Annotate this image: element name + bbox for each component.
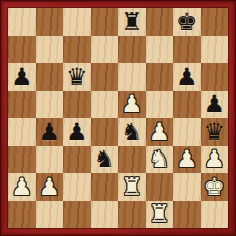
square-g2[interactable] [173,173,201,201]
square-e8[interactable]: ♜ [118,8,146,36]
square-a3[interactable] [8,146,36,174]
square-a7[interactable] [8,36,36,64]
square-f7[interactable] [146,36,174,64]
piece-white-pawn-e5[interactable]: ♟ [118,91,146,119]
square-b7[interactable] [36,36,64,64]
square-b3[interactable] [36,146,64,174]
chess-board: ♜♚♟♛♟♟♟♟♟♞♟♛♞♞♟♟♟♟♜♚♜ [8,8,228,228]
piece-white-pawn-a2[interactable]: ♟ [8,173,36,201]
piece-black-pawn-b4[interactable]: ♟ [36,118,64,146]
square-d8[interactable] [91,8,119,36]
square-d7[interactable] [91,36,119,64]
square-a1[interactable] [8,201,36,229]
square-c1[interactable] [63,201,91,229]
square-d2[interactable] [91,173,119,201]
piece-black-pawn-h5[interactable]: ♟ [201,91,229,119]
piece-white-pawn-h3[interactable]: ♟ [201,146,229,174]
square-b2[interactable]: ♟ [36,173,64,201]
square-a4[interactable] [8,118,36,146]
square-f8[interactable] [146,8,174,36]
piece-white-knight-f3[interactable]: ♞ [146,146,174,174]
square-f3[interactable]: ♞ [146,146,174,174]
square-e7[interactable] [118,36,146,64]
square-b1[interactable] [36,201,64,229]
square-d4[interactable] [91,118,119,146]
square-g8[interactable]: ♚ [173,8,201,36]
piece-black-king-g8[interactable]: ♚ [173,8,201,36]
square-c3[interactable] [63,146,91,174]
piece-white-pawn-b2[interactable]: ♟ [36,173,64,201]
square-c2[interactable] [63,173,91,201]
square-h5[interactable]: ♟ [201,91,229,119]
square-a6[interactable]: ♟ [8,63,36,91]
square-e5[interactable]: ♟ [118,91,146,119]
piece-black-rook-e8[interactable]: ♜ [118,8,146,36]
piece-white-rook-f1[interactable]: ♜ [146,201,174,229]
square-h1[interactable] [201,201,229,229]
piece-white-king-h2[interactable]: ♚ [201,173,229,201]
square-d6[interactable] [91,63,119,91]
board-frame: ♜♚♟♛♟♟♟♟♟♞♟♛♞♞♟♟♟♟♜♚♜ [0,0,236,236]
square-f4[interactable]: ♟ [146,118,174,146]
square-e1[interactable] [118,201,146,229]
square-c6[interactable]: ♛ [63,63,91,91]
square-f6[interactable] [146,63,174,91]
square-f1[interactable]: ♜ [146,201,174,229]
square-g4[interactable] [173,118,201,146]
square-g5[interactable] [173,91,201,119]
square-c8[interactable] [63,8,91,36]
square-c4[interactable]: ♟ [63,118,91,146]
square-g7[interactable] [173,36,201,64]
square-c7[interactable] [63,36,91,64]
square-h3[interactable]: ♟ [201,146,229,174]
square-b4[interactable]: ♟ [36,118,64,146]
square-b8[interactable] [36,8,64,36]
piece-black-pawn-a6[interactable]: ♟ [8,63,36,91]
piece-black-pawn-g6[interactable]: ♟ [173,63,201,91]
square-h2[interactable]: ♚ [201,173,229,201]
square-h7[interactable] [201,36,229,64]
square-g3[interactable]: ♟ [173,146,201,174]
square-f5[interactable] [146,91,174,119]
piece-white-rook-e2[interactable]: ♜ [118,173,146,201]
square-h6[interactable] [201,63,229,91]
square-e4[interactable]: ♞ [118,118,146,146]
square-a8[interactable] [8,8,36,36]
square-d3[interactable]: ♞ [91,146,119,174]
square-e6[interactable] [118,63,146,91]
square-b6[interactable] [36,63,64,91]
square-g6[interactable]: ♟ [173,63,201,91]
square-c5[interactable] [63,91,91,119]
square-a2[interactable]: ♟ [8,173,36,201]
square-d5[interactable] [91,91,119,119]
square-h4[interactable]: ♛ [201,118,229,146]
square-h8[interactable] [201,8,229,36]
square-g1[interactable] [173,201,201,229]
square-e2[interactable]: ♜ [118,173,146,201]
piece-black-knight-d3[interactable]: ♞ [91,146,119,174]
square-f2[interactable] [146,173,174,201]
piece-black-queen-h4[interactable]: ♛ [201,118,229,146]
square-b5[interactable] [36,91,64,119]
square-a5[interactable] [8,91,36,119]
piece-black-pawn-c4[interactable]: ♟ [63,118,91,146]
square-e3[interactable] [118,146,146,174]
piece-black-knight-e4[interactable]: ♞ [118,118,146,146]
square-d1[interactable] [91,201,119,229]
piece-white-pawn-f4[interactable]: ♟ [146,118,174,146]
piece-black-queen-c6[interactable]: ♛ [63,63,91,91]
piece-white-pawn-g3[interactable]: ♟ [173,146,201,174]
